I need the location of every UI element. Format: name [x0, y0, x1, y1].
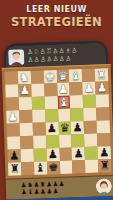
- chess-piece-wK[interactable]: ♚: [45, 70, 56, 83]
- square-b7[interactable]: [20, 149, 33, 162]
- square-c6[interactable]: [33, 135, 46, 148]
- square-b3[interactable]: [19, 97, 32, 110]
- chess-piece-bP[interactable]: ♟: [47, 122, 58, 135]
- square-d2[interactable]: [44, 83, 57, 96]
- square-b2[interactable]: ♟: [18, 84, 31, 97]
- captured-row: ♙♙♙♙♙♙♙: [27, 55, 78, 64]
- square-h8[interactable]: ♜: [98, 159, 111, 172]
- opponent-avatar: [8, 49, 25, 66]
- square-h5[interactable]: [97, 120, 110, 133]
- square-f2[interactable]: [70, 82, 83, 95]
- square-c8[interactable]: ♝: [34, 161, 47, 174]
- square-e3[interactable]: ♝: [57, 96, 70, 109]
- chess-piece-bP[interactable]: ♟: [72, 121, 83, 134]
- phone-mockup: ♙♘♙♖♙♙♗♙ ♙♙♙♙♙♙♙ ♞♚♛♝♜♟♟♟♟♝♟♟♛♟♟♟♟♟♜♝♚♜ …: [4, 40, 113, 200]
- square-d3[interactable]: [44, 96, 57, 109]
- square-g3[interactable]: [83, 95, 96, 108]
- promo-header: LEER NIEUW STRATEGIEËN: [0, 5, 113, 29]
- square-g4[interactable]: [83, 108, 96, 121]
- player-captured-tray: ♟♞♟♜♟♟♟ ♟♝♟♟♟♟: [21, 180, 66, 197]
- phone-screen: ♙♘♙♖♙♙♗♙ ♙♙♙♙♙♙♙ ♞♚♛♝♜♟♟♟♟♝♟♟♛♟♟♟♟♟♜♝♚♜ …: [6, 43, 111, 200]
- square-c2[interactable]: [31, 83, 44, 96]
- chess-piece-wP[interactable]: ♟: [7, 110, 18, 123]
- square-g7[interactable]: [85, 147, 98, 160]
- square-f1[interactable]: ♝: [69, 69, 82, 82]
- chess-board: ♞♚♛♝♜♟♟♟♟♝♟♟♛♟♟♟♟♟♜♝♚♜: [5, 68, 112, 176]
- chess-piece-bK[interactable]: ♚: [48, 161, 59, 174]
- captured-row: ♟♝♟♟♟♟: [21, 188, 66, 197]
- square-a1[interactable]: [5, 71, 18, 84]
- square-h2[interactable]: ♟: [95, 81, 108, 94]
- chess-piece-wP[interactable]: ♟: [19, 84, 30, 97]
- square-f7[interactable]: ♟: [72, 147, 85, 160]
- chess-piece-bQ[interactable]: ♛: [59, 122, 70, 135]
- square-c5[interactable]: [32, 122, 45, 135]
- square-e5[interactable]: ♛: [58, 122, 71, 135]
- promo-screenshot: LEER NIEUW STRATEGIEËN ♙♘♙♖♙♙♗♙ ♙♙♙♙♙♙♙ …: [0, 0, 113, 200]
- square-a4[interactable]: ♟: [6, 110, 19, 123]
- square-e7[interactable]: [59, 148, 72, 161]
- square-a2[interactable]: [5, 84, 18, 97]
- headline-line2: STRATEGIEËN: [0, 15, 113, 29]
- square-b5[interactable]: [20, 123, 33, 136]
- square-d1[interactable]: ♚: [43, 70, 56, 83]
- square-d8[interactable]: ♚: [47, 161, 60, 174]
- chess-piece-wB[interactable]: ♝: [70, 69, 81, 82]
- chess-piece-bR[interactable]: ♜: [9, 162, 20, 175]
- square-d5[interactable]: ♟: [45, 122, 58, 135]
- square-c3[interactable]: [31, 96, 44, 109]
- square-f5[interactable]: ♟: [71, 121, 84, 134]
- square-g8[interactable]: [85, 160, 98, 173]
- square-e8[interactable]: [59, 160, 72, 173]
- square-a8[interactable]: ♜: [8, 162, 21, 175]
- chess-piece-bP[interactable]: ♟: [73, 147, 84, 160]
- square-g5[interactable]: [84, 121, 97, 134]
- board-wood-frame: ♞♚♛♝♜♟♟♟♟♝♟♟♛♟♟♟♟♟♜♝♚♜: [2, 64, 113, 180]
- square-a5[interactable]: [7, 123, 20, 136]
- square-h3[interactable]: [96, 94, 109, 107]
- square-b6[interactable]: [20, 136, 33, 149]
- player-avatar: [96, 178, 113, 195]
- square-b4[interactable]: [19, 110, 32, 123]
- headline-line1: LEER NIEUW: [0, 5, 113, 14]
- chess-piece-bR[interactable]: ♜: [99, 159, 110, 172]
- square-g2[interactable]: ♟: [82, 82, 95, 95]
- chess-piece-wB[interactable]: ♝: [58, 96, 69, 109]
- chess-piece-wP[interactable]: ♟: [84, 82, 95, 95]
- square-g6[interactable]: [84, 134, 97, 147]
- square-f3[interactable]: [70, 95, 83, 108]
- square-e6[interactable]: [59, 135, 72, 148]
- square-c1[interactable]: [31, 70, 44, 83]
- chess-piece-bB[interactable]: ♝: [35, 161, 46, 174]
- square-h4[interactable]: [96, 107, 109, 120]
- chess-piece-wP[interactable]: ♟: [97, 81, 108, 94]
- square-f8[interactable]: [72, 160, 85, 173]
- square-b8[interactable]: [21, 162, 34, 175]
- square-c4[interactable]: [32, 109, 45, 122]
- opponent-captured-tray: ♙♘♙♖♙♙♗♙ ♙♙♙♙♙♙♙: [27, 47, 78, 64]
